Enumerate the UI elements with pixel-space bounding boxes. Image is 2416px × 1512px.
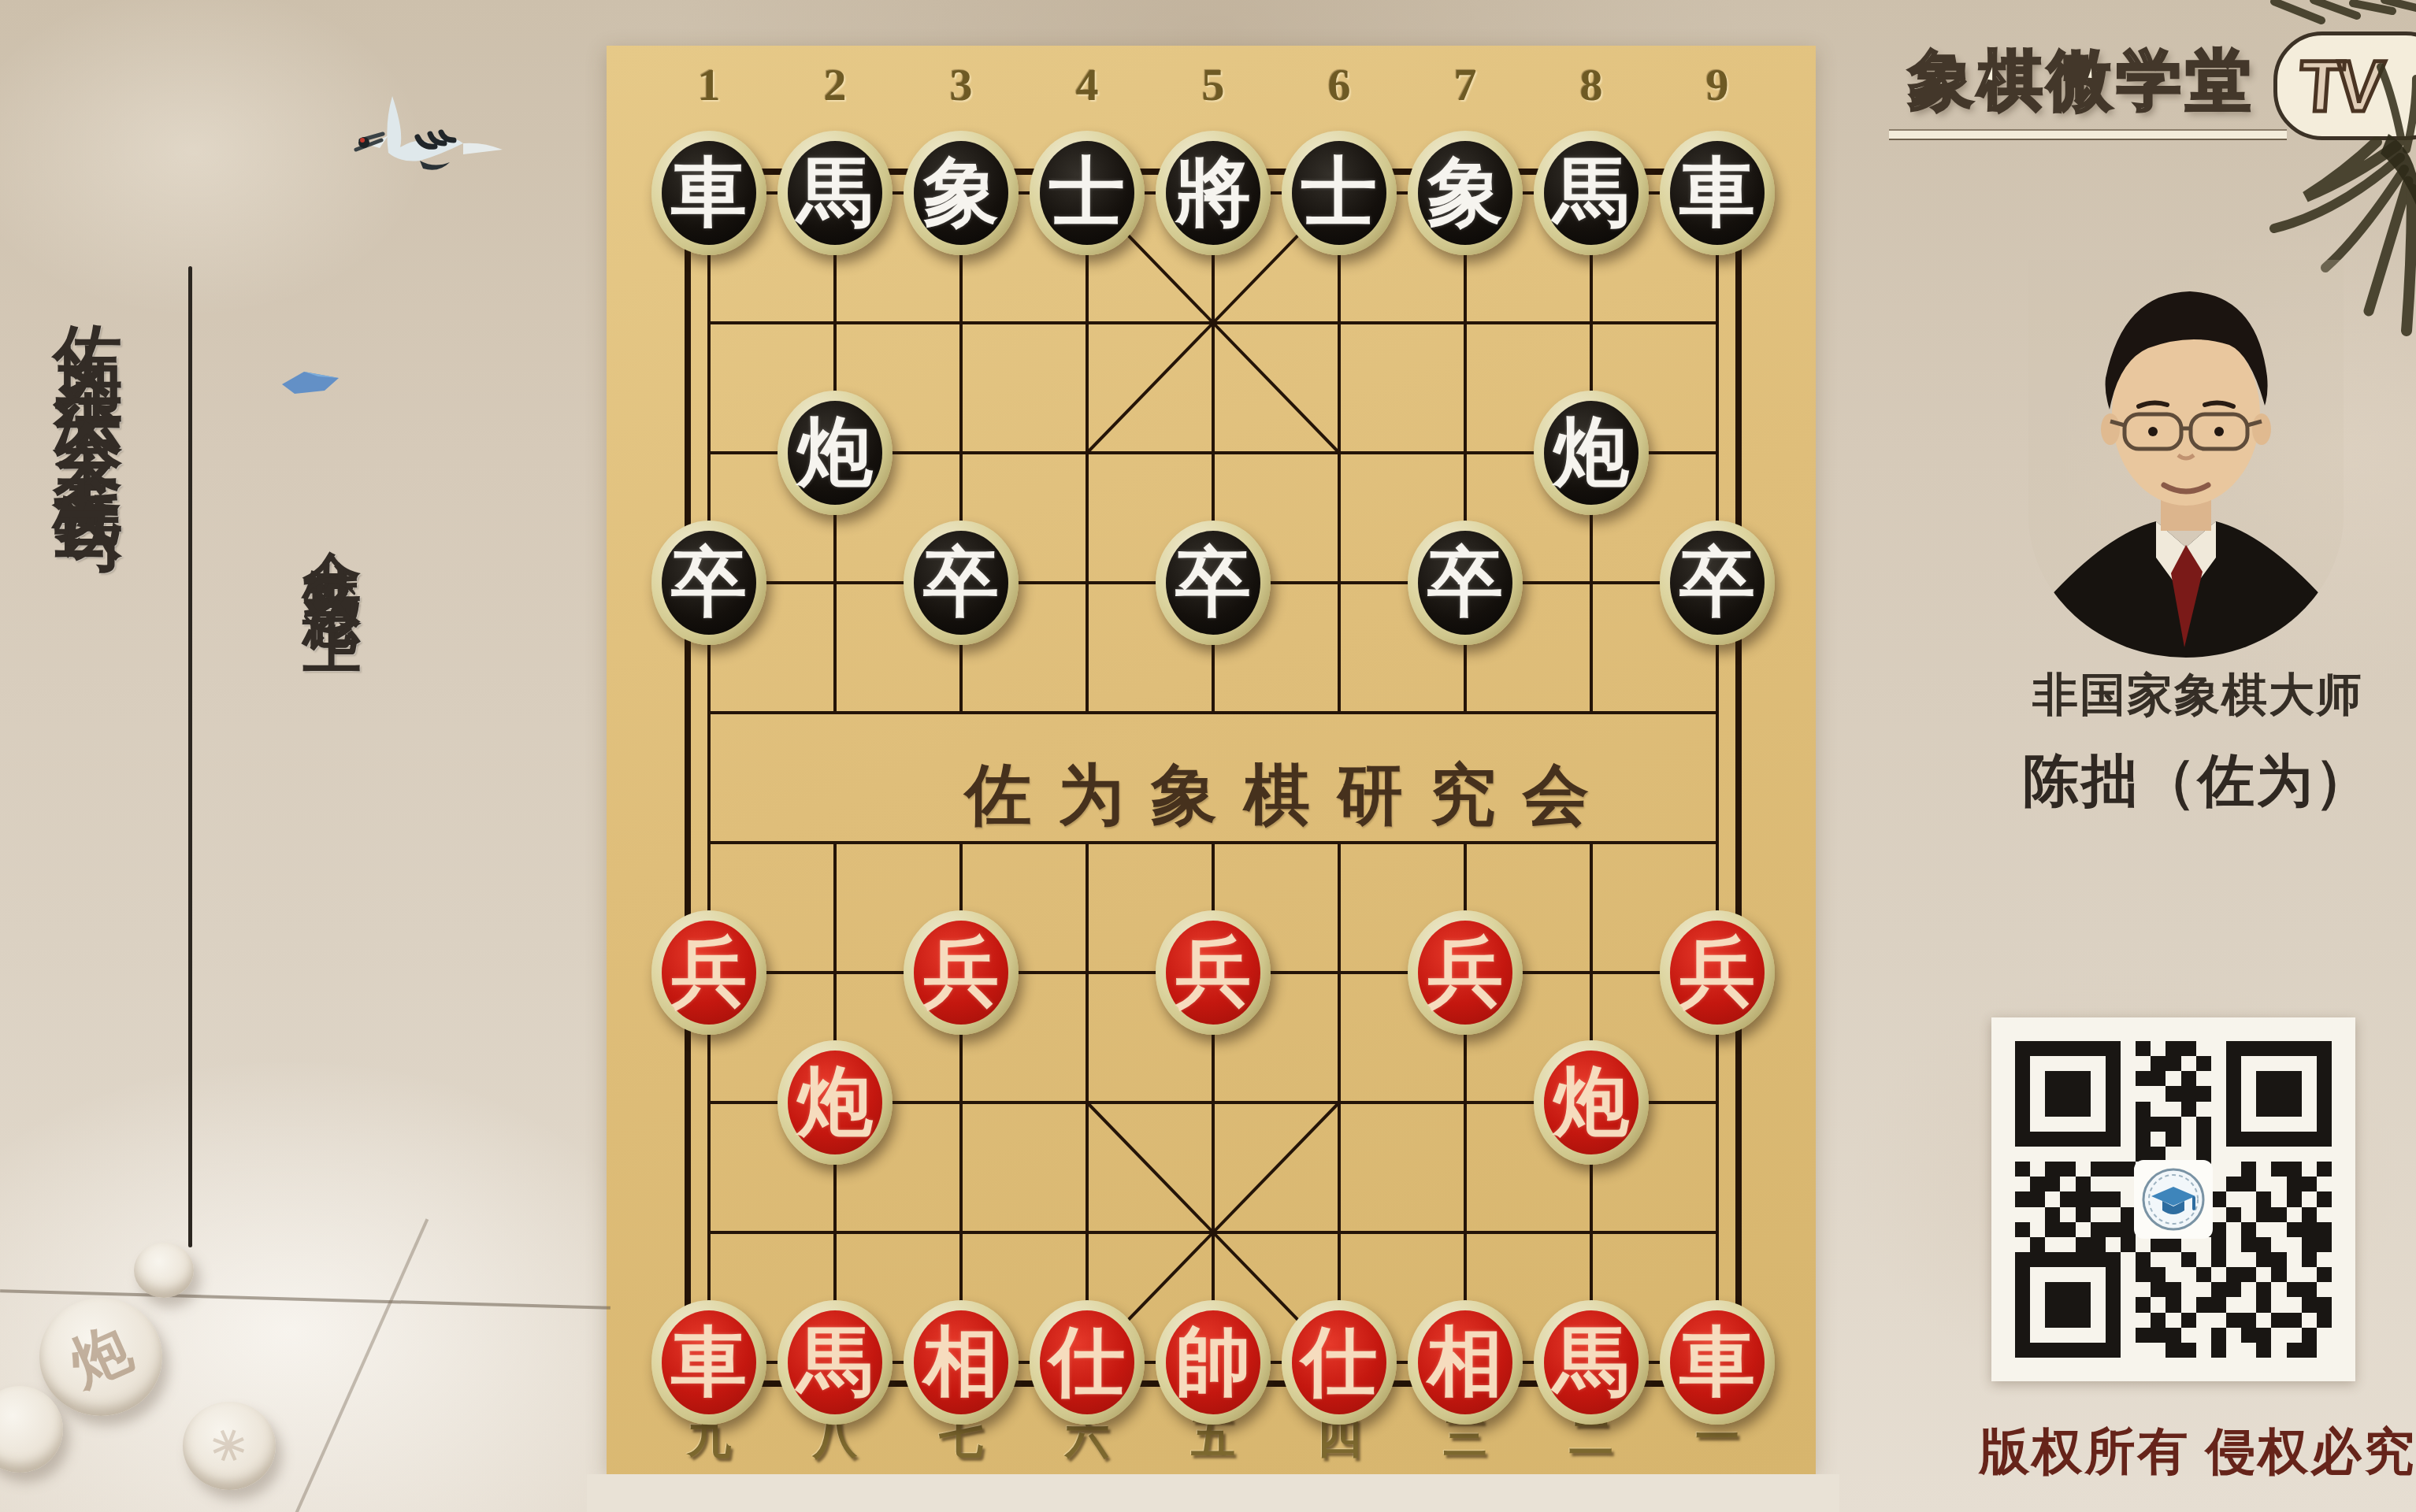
presenter-title: 非国家象棋大师 [1993,665,2403,726]
decor-piece-edge [0,1386,63,1473]
piece-face: 兵 [1418,921,1512,1025]
file-label-top: 3 [950,58,973,111]
video-frame: 佐为杀法大全之金戈铁马 金戈铁马总论（上） 123456789九八七六五四三二一… [0,0,2416,1512]
piece-face: 象 [1418,141,1512,245]
piece-face: 將 [1166,141,1260,245]
piece-face: 仕 [1292,1310,1386,1414]
piece-glyph: 卒 [1427,545,1503,621]
piece-glyph: 炮 [1553,1065,1629,1140]
piece-face: 車 [1670,141,1765,245]
piece-glyph: 仕 [1301,1325,1377,1400]
piece-black-車: 車 [1660,131,1775,255]
qr-center-badge [2134,1160,2213,1239]
piece-black-卒: 卒 [1660,521,1775,645]
crane-icon [345,88,534,191]
piece-red-車: 車 [1660,1300,1775,1425]
decor-piece-large: 炮 [39,1298,162,1416]
piece-face: 士 [1040,141,1134,245]
piece-face: 馬 [1544,141,1639,245]
decor-piece-char: 炮 [58,1309,143,1404]
piece-glyph: 帥 [1175,1325,1251,1400]
piece-glyph: 卒 [1679,545,1755,621]
piece-glyph: 炮 [1553,415,1629,491]
file-label-top: 7 [1454,58,1477,111]
piece-red-兵: 兵 [904,910,1019,1035]
piece-red-兵: 兵 [1408,910,1523,1035]
piece-glyph: 兵 [1427,935,1503,1010]
piece-glyph: 馬 [1553,1325,1629,1400]
piece-face: 炮 [1544,401,1639,505]
board-bottom-strip [587,1474,1839,1512]
piece-red-仕: 仕 [1030,1300,1145,1425]
piece-face: 仕 [1040,1310,1134,1414]
piece-face: 卒 [662,531,756,635]
piece-face: 炮 [1544,1051,1639,1154]
piece-red-馬: 馬 [1534,1300,1649,1425]
piece-black-馬: 馬 [777,131,893,255]
piece-face: 士 [1292,141,1386,245]
piece-black-將: 將 [1156,131,1271,255]
piece-glyph: 相 [923,1325,999,1400]
qr-code [1991,1017,2355,1381]
title-divider-line [188,266,192,1247]
piece-black-士: 士 [1282,131,1397,255]
file-label-top: 9 [1706,58,1729,111]
piece-red-車: 車 [651,1300,766,1425]
piece-face: 相 [914,1310,1008,1414]
series-title-vertical: 佐为杀法大全之金戈铁马 [41,269,135,477]
piece-face: 卒 [914,531,1008,635]
piece-glyph: 馬 [797,1325,873,1400]
piece-glyph: 卒 [671,545,747,621]
file-label-top: 4 [1076,58,1099,111]
piece-glyph: 兵 [923,935,999,1010]
presenter-photo [2028,260,2344,658]
piece-red-炮: 炮 [777,1040,893,1165]
piece-glyph: 卒 [923,545,999,621]
piece-face: 炮 [788,401,882,505]
piece-red-相: 相 [904,1300,1019,1425]
piece-black-卒: 卒 [651,521,766,645]
piece-glyph: 相 [1427,1325,1503,1400]
piece-black-象: 象 [904,131,1019,255]
piece-face: 車 [662,1310,756,1414]
piece-face: 炮 [788,1051,882,1154]
piece-glyph: 車 [671,155,747,231]
file-label-top: 1 [698,58,721,111]
piece-face: 兵 [914,921,1008,1025]
file-label-top: 2 [824,58,847,111]
piece-glyph: 仕 [1049,1325,1125,1400]
piece-glyph: 馬 [1553,155,1629,231]
piece-red-兵: 兵 [1156,910,1271,1035]
piece-face: 象 [914,141,1008,245]
piece-face: 相 [1418,1310,1512,1414]
graduation-cap-icon [2139,1165,2208,1234]
piece-red-馬: 馬 [777,1300,893,1425]
piece-face: 馬 [788,141,882,245]
piece-black-車: 車 [651,131,766,255]
piece-glyph: 炮 [797,1065,873,1140]
piece-face: 馬 [788,1310,882,1414]
decor-piece-blank: ✳ [203,1416,256,1476]
piece-glyph: 士 [1301,155,1377,231]
piece-red-仕: 仕 [1282,1300,1397,1425]
piece-glyph: 兵 [671,935,747,1010]
piece-black-卒: 卒 [1408,521,1523,645]
piece-red-炮: 炮 [1534,1040,1649,1165]
piece-face: 車 [1670,1310,1765,1414]
piece-glyph: 象 [923,155,999,231]
piece-black-卒: 卒 [1156,521,1271,645]
piece-face: 卒 [1166,531,1260,635]
piece-face: 帥 [1166,1310,1260,1414]
piece-black-士: 士 [1030,131,1145,255]
piece-face: 兵 [1166,921,1260,1025]
piece-face: 兵 [662,921,756,1025]
piece-glyph: 車 [1679,1325,1755,1400]
xiangqi-board: 123456789九八七六五四三二一 佐为象棋研究会 車馬象士將士象馬車炮炮卒卒… [607,46,1816,1474]
piece-black-馬: 馬 [1534,131,1649,255]
piece-black-炮: 炮 [1534,391,1649,515]
piece-red-帥: 帥 [1156,1300,1271,1425]
file-label-top: 5 [1202,58,1225,111]
piece-face: 車 [662,141,756,245]
piece-glyph: 兵 [1175,935,1251,1010]
piece-glyph: 象 [1427,155,1503,231]
episode-title-vertical: 金戈铁马总论（上） [293,504,372,589]
file-label-top: 8 [1580,58,1603,111]
presenter-name: 陈拙（佐为） [1993,743,2403,819]
copyright-notice: 版权所有 侵权必究 [1969,1417,2416,1486]
piece-glyph: 兵 [1679,935,1755,1010]
decor-piece-medium: ✳ [183,1402,276,1490]
piece-red-兵: 兵 [651,910,766,1035]
piece-glyph: 車 [1679,155,1755,231]
piece-glyph: 炮 [797,415,873,491]
piece-glyph: 卒 [1175,545,1251,621]
file-label-top: 6 [1328,58,1351,111]
piece-glyph: 士 [1049,155,1125,231]
piece-face: 卒 [1418,531,1512,635]
plaster-crack [291,1218,429,1512]
piece-black-炮: 炮 [777,391,893,515]
piece-face: 兵 [1670,921,1765,1025]
piece-glyph: 將 [1175,155,1251,231]
piece-face: 馬 [1544,1310,1639,1414]
piece-black-象: 象 [1408,131,1523,255]
decor-piece-small [134,1243,194,1298]
piece-black-卒: 卒 [904,521,1019,645]
blue-brush-mark [277,367,343,398]
piece-red-兵: 兵 [1660,910,1775,1035]
piece-glyph: 車 [671,1325,747,1400]
piece-red-相: 相 [1408,1300,1523,1425]
piece-glyph: 馬 [797,155,873,231]
piece-face: 卒 [1670,531,1765,635]
river-watermark: 佐为象棋研究会 [965,750,1616,840]
